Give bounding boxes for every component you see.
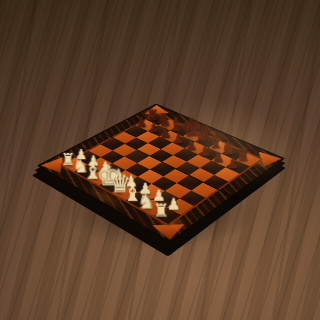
piece-black-rook: ♜ [234,147,252,163]
square-b8: ♞ [222,147,246,160]
square-h2: ♟ [76,151,101,164]
piece-white-pawn: ♟ [73,147,90,161]
latch-notch [229,194,242,202]
chess-board: ♜♞♝♚♛♝♞♜♟♟♟♟♟♟♟♟♟♟♟♟♟♟♟♟♜♞♝♚♛♝♞♜ [37,103,286,243]
piece-white-rook: ♜ [59,152,77,168]
perspective-wrapper: ♜♞♝♚♛♝♞♜♟♟♟♟♟♟♟♟♟♟♟♟♟♟♟♟♜♞♝♚♛♝♞♜ [0,0,320,320]
square-e8: ♚ [183,130,206,142]
chess-board-squares: ♜♞♝♚♛♝♞♜♟♟♟♟♟♟♟♟♟♟♟♟♟♟♟♟♜♞♝♚♛♝♞♜ [62,114,260,224]
square-a8: ♜ [236,153,260,166]
chess-set-photo: ♜♞♝♚♛♝♞♜♟♟♟♟♟♟♟♟♟♟♟♟♟♟♟♟♜♞♝♚♛♝♞♜ [0,0,320,320]
